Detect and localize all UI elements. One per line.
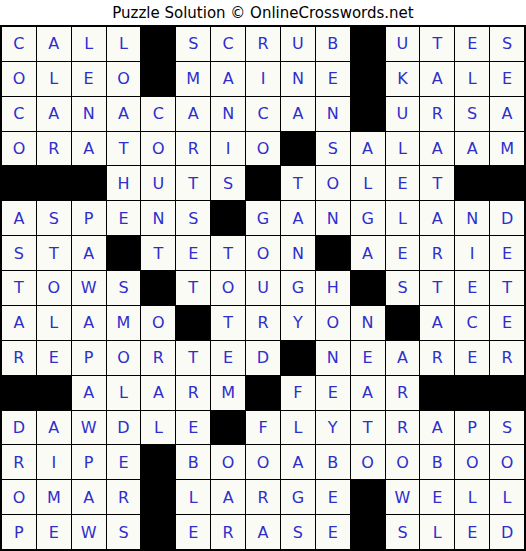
- letter-cell-r1c2: A: [37, 27, 71, 61]
- letter-cell-r9c5: O: [141, 306, 175, 340]
- letter-cell-r12c1: D: [2, 411, 36, 445]
- letter-cell-r9c14: C: [455, 306, 489, 340]
- letter-cell-r5c10: O: [316, 166, 350, 200]
- letter-cell-r10c8: D: [246, 341, 280, 375]
- black-cell-r1c11: [351, 27, 385, 61]
- letter-cell-r2c9: N: [281, 62, 315, 96]
- letter-cell-r13c10: B: [316, 445, 350, 479]
- letter-cell-r10c12: A: [386, 341, 420, 375]
- letter-cell-r11c7: M: [211, 376, 245, 410]
- letter-cell-r1c12: U: [386, 27, 420, 61]
- letter-cell-r6c6: S: [176, 201, 210, 235]
- letter-cell-r1c13: T: [420, 27, 454, 61]
- letter-cell-r15c1: P: [2, 515, 36, 549]
- letter-cell-r15c12: S: [386, 515, 420, 549]
- letter-cell-r15c14: E: [455, 515, 489, 549]
- letter-cell-r14c15: L: [490, 480, 524, 514]
- letter-cell-r3c9: A: [281, 97, 315, 131]
- letter-cell-r15c6: E: [176, 515, 210, 549]
- letter-cell-r6c8: G: [246, 201, 280, 235]
- letter-cell-r15c4: S: [107, 515, 141, 549]
- letter-cell-r12c6: E: [176, 411, 210, 445]
- letter-cell-r1c15: S: [490, 27, 524, 61]
- letter-cell-r11c6: R: [176, 376, 210, 410]
- letter-cell-r5c13: T: [420, 166, 454, 200]
- letter-cell-r10c3: P: [72, 341, 106, 375]
- black-cell-r5c2: [37, 166, 71, 200]
- letter-cell-r8c15: T: [490, 271, 524, 305]
- black-cell-r11c15: [490, 376, 524, 410]
- letter-cell-r1c3: L: [72, 27, 106, 61]
- black-cell-r1c5: [141, 27, 175, 61]
- black-cell-r15c5: [141, 515, 175, 549]
- letter-cell-r3c5: C: [141, 97, 175, 131]
- letter-cell-r10c7: E: [211, 341, 245, 375]
- letter-cell-r2c2: L: [37, 62, 71, 96]
- letter-cell-r13c12: O: [386, 445, 420, 479]
- letter-cell-r14c9: G: [281, 480, 315, 514]
- letter-cell-r1c4: L: [107, 27, 141, 61]
- letter-cell-r8c8: U: [246, 271, 280, 305]
- letter-cell-r12c8: F: [246, 411, 280, 445]
- letter-cell-r2c15: E: [490, 62, 524, 96]
- black-cell-r11c2: [37, 376, 71, 410]
- black-cell-r15c11: [351, 515, 385, 549]
- letter-cell-r6c13: A: [420, 201, 454, 235]
- letter-cell-r6c14: N: [455, 201, 489, 235]
- letter-cell-r3c8: C: [246, 97, 280, 131]
- black-cell-r5c1: [2, 166, 36, 200]
- letter-cell-r15c15: D: [490, 515, 524, 549]
- letter-cell-r4c3: A: [72, 132, 106, 166]
- letter-cell-r6c2: S: [37, 201, 71, 235]
- letter-cell-r10c6: T: [176, 341, 210, 375]
- letter-cell-r3c4: A: [107, 97, 141, 131]
- letter-cell-r7c13: R: [420, 236, 454, 270]
- letter-cell-r7c9: N: [281, 236, 315, 270]
- letter-cell-r4c15: M: [490, 132, 524, 166]
- letter-cell-r6c10: N: [316, 201, 350, 235]
- black-cell-r5c8: [246, 166, 280, 200]
- letter-cell-r2c6: M: [176, 62, 210, 96]
- letter-cell-r3c13: R: [420, 97, 454, 131]
- letter-cell-r7c11: A: [351, 236, 385, 270]
- black-cell-r8c5: [141, 271, 175, 305]
- letter-cell-r8c13: T: [420, 271, 454, 305]
- black-cell-r2c5: [141, 62, 175, 96]
- letter-cell-r7c1: S: [2, 236, 36, 270]
- letter-cell-r14c3: A: [72, 480, 106, 514]
- crossword-grid: CALLSCRUBUTESOLEOMAINEKALECANACANCANURSA…: [0, 25, 526, 551]
- letter-cell-r3c14: S: [455, 97, 489, 131]
- letter-cell-r3c2: A: [37, 97, 71, 131]
- letter-cell-r7c12: E: [386, 236, 420, 270]
- letter-cell-r3c7: N: [211, 97, 245, 131]
- letter-cell-r4c14: A: [455, 132, 489, 166]
- black-cell-r7c10: [316, 236, 350, 270]
- letter-cell-r12c4: D: [107, 411, 141, 445]
- black-cell-r9c12: [386, 306, 420, 340]
- letter-cell-r14c1: O: [2, 480, 36, 514]
- letter-cell-r12c5: L: [141, 411, 175, 445]
- letter-cell-r14c2: M: [37, 480, 71, 514]
- letter-cell-r9c8: R: [246, 306, 280, 340]
- letter-cell-r7c15: E: [490, 236, 524, 270]
- letter-cell-r2c13: A: [420, 62, 454, 96]
- letter-cell-r11c4: L: [107, 376, 141, 410]
- letter-cell-r7c3: A: [72, 236, 106, 270]
- letter-cell-r1c8: R: [246, 27, 280, 61]
- letter-cell-r14c14: L: [455, 480, 489, 514]
- letter-cell-r6c5: N: [141, 201, 175, 235]
- letter-cell-r7c2: T: [37, 236, 71, 270]
- letter-cell-r1c10: B: [316, 27, 350, 61]
- letter-cell-r3c10: N: [316, 97, 350, 131]
- letter-cell-r5c9: T: [281, 166, 315, 200]
- black-cell-r5c14: [455, 166, 489, 200]
- letter-cell-r8c10: H: [316, 271, 350, 305]
- letter-cell-r13c13: B: [420, 445, 454, 479]
- letter-cell-r2c3: E: [72, 62, 106, 96]
- black-cell-r10c9: [281, 341, 315, 375]
- letter-cell-r13c8: O: [246, 445, 280, 479]
- letter-cell-r8c2: O: [37, 271, 71, 305]
- black-cell-r11c13: [420, 376, 454, 410]
- letter-cell-r14c12: W: [386, 480, 420, 514]
- letter-cell-r9c1: A: [2, 306, 36, 340]
- black-cell-r11c8: [246, 376, 280, 410]
- black-cell-r14c11: [351, 480, 385, 514]
- letter-cell-r8c3: W: [72, 271, 106, 305]
- letter-cell-r13c6: B: [176, 445, 210, 479]
- letter-cell-r7c8: O: [246, 236, 280, 270]
- letter-cell-r2c1: O: [2, 62, 36, 96]
- letter-cell-r10c13: R: [420, 341, 454, 375]
- letter-cell-r5c4: H: [107, 166, 141, 200]
- letter-cell-r6c11: G: [351, 201, 385, 235]
- letter-cell-r12c3: W: [72, 411, 106, 445]
- letter-cell-r9c9: Y: [281, 306, 315, 340]
- letter-cell-r2c8: I: [246, 62, 280, 96]
- letter-cell-r4c11: A: [351, 132, 385, 166]
- letter-cell-r12c14: P: [455, 411, 489, 445]
- letter-cell-r4c2: R: [37, 132, 71, 166]
- letter-cell-r10c4: O: [107, 341, 141, 375]
- letter-cell-r13c4: E: [107, 445, 141, 479]
- letter-cell-r4c12: L: [386, 132, 420, 166]
- letter-cell-r6c1: A: [2, 201, 36, 235]
- letter-cell-r6c9: A: [281, 201, 315, 235]
- letter-cell-r8c6: T: [176, 271, 210, 305]
- page-title: Puzzle Solution © OnlineCrosswords.net: [0, 0, 526, 25]
- black-cell-r14c5: [141, 480, 175, 514]
- letter-cell-r5c11: L: [351, 166, 385, 200]
- letter-cell-r8c14: E: [455, 271, 489, 305]
- letter-cell-r15c9: S: [281, 515, 315, 549]
- letter-cell-r5c5: U: [141, 166, 175, 200]
- letter-cell-r10c2: E: [37, 341, 71, 375]
- letter-cell-r14c7: A: [211, 480, 245, 514]
- letter-cell-r13c1: R: [2, 445, 36, 479]
- letter-cell-r4c6: R: [176, 132, 210, 166]
- letter-cell-r3c1: C: [2, 97, 36, 131]
- letter-cell-r15c8: A: [246, 515, 280, 549]
- letter-cell-r6c4: E: [107, 201, 141, 235]
- letter-cell-r13c2: I: [37, 445, 71, 479]
- letter-cell-r12c10: Y: [316, 411, 350, 445]
- letter-cell-r1c6: S: [176, 27, 210, 61]
- letter-cell-r12c9: L: [281, 411, 315, 445]
- letter-cell-r14c10: E: [316, 480, 350, 514]
- letter-cell-r13c11: O: [351, 445, 385, 479]
- letter-cell-r8c12: S: [386, 271, 420, 305]
- letter-cell-r4c4: T: [107, 132, 141, 166]
- letter-cell-r4c5: O: [141, 132, 175, 166]
- puzzle-solution-page: Puzzle Solution © OnlineCrosswords.net C…: [0, 0, 526, 551]
- letter-cell-r3c15: A: [490, 97, 524, 131]
- letter-cell-r2c14: L: [455, 62, 489, 96]
- letter-cell-r10c15: R: [490, 341, 524, 375]
- black-cell-r11c14: [455, 376, 489, 410]
- letter-cell-r14c13: E: [420, 480, 454, 514]
- letter-cell-r1c7: C: [211, 27, 245, 61]
- black-cell-r3c11: [351, 97, 385, 131]
- letter-cell-r3c3: N: [72, 97, 106, 131]
- letter-cell-r14c6: L: [176, 480, 210, 514]
- letter-cell-r11c5: A: [141, 376, 175, 410]
- letter-cell-r7c14: I: [455, 236, 489, 270]
- black-cell-r7c4: [107, 236, 141, 270]
- letter-cell-r5c12: E: [386, 166, 420, 200]
- black-cell-r2c11: [351, 62, 385, 96]
- letter-cell-r13c9: A: [281, 445, 315, 479]
- letter-cell-r11c10: E: [316, 376, 350, 410]
- black-cell-r8c11: [351, 271, 385, 305]
- letter-cell-r11c12: R: [386, 376, 420, 410]
- letter-cell-r9c2: L: [37, 306, 71, 340]
- letter-cell-r1c14: E: [455, 27, 489, 61]
- black-cell-r4c9: [281, 132, 315, 166]
- letter-cell-r6c12: L: [386, 201, 420, 235]
- letter-cell-r9c4: M: [107, 306, 141, 340]
- letter-cell-r12c12: R: [386, 411, 420, 445]
- black-cell-r11c1: [2, 376, 36, 410]
- letter-cell-r8c1: T: [2, 271, 36, 305]
- letter-cell-r11c9: F: [281, 376, 315, 410]
- letter-cell-r9c3: A: [72, 306, 106, 340]
- letter-cell-r4c8: O: [246, 132, 280, 166]
- black-cell-r13c5: [141, 445, 175, 479]
- black-cell-r12c7: [211, 411, 245, 445]
- letter-cell-r1c9: U: [281, 27, 315, 61]
- letter-cell-r9c11: N: [351, 306, 385, 340]
- letter-cell-r14c8: R: [246, 480, 280, 514]
- letter-cell-r4c1: O: [2, 132, 36, 166]
- letter-cell-r2c10: E: [316, 62, 350, 96]
- letter-cell-r7c5: T: [141, 236, 175, 270]
- letter-cell-r13c3: P: [72, 445, 106, 479]
- letter-cell-r2c12: K: [386, 62, 420, 96]
- letter-cell-r4c7: I: [211, 132, 245, 166]
- letter-cell-r12c11: T: [351, 411, 385, 445]
- letter-cell-r15c10: E: [316, 515, 350, 549]
- letter-cell-r14c4: R: [107, 480, 141, 514]
- black-cell-r9c6: [176, 306, 210, 340]
- letter-cell-r7c7: T: [211, 236, 245, 270]
- letter-cell-r9c7: T: [211, 306, 245, 340]
- letter-cell-r6c3: P: [72, 201, 106, 235]
- black-cell-r5c3: [72, 166, 106, 200]
- letter-cell-r9c13: A: [420, 306, 454, 340]
- letter-cell-r8c4: S: [107, 271, 141, 305]
- letter-cell-r12c2: A: [37, 411, 71, 445]
- letter-cell-r10c14: E: [455, 341, 489, 375]
- letter-cell-r4c13: A: [420, 132, 454, 166]
- letter-cell-r10c11: E: [351, 341, 385, 375]
- black-cell-r6c7: [211, 201, 245, 235]
- letter-cell-r2c4: O: [107, 62, 141, 96]
- letter-cell-r11c11: A: [351, 376, 385, 410]
- letter-cell-r5c6: T: [176, 166, 210, 200]
- letter-cell-r10c10: N: [316, 341, 350, 375]
- letter-cell-r5c7: S: [211, 166, 245, 200]
- letter-cell-r2c7: A: [211, 62, 245, 96]
- letter-cell-r12c15: S: [490, 411, 524, 445]
- letter-cell-r15c3: W: [72, 515, 106, 549]
- letter-cell-r13c7: O: [211, 445, 245, 479]
- letter-cell-r4c10: S: [316, 132, 350, 166]
- letter-cell-r3c6: A: [176, 97, 210, 131]
- letter-cell-r9c10: O: [316, 306, 350, 340]
- letter-cell-r8c7: O: [211, 271, 245, 305]
- letter-cell-r15c2: E: [37, 515, 71, 549]
- letter-cell-r3c12: U: [386, 97, 420, 131]
- black-cell-r5c15: [490, 166, 524, 200]
- letter-cell-r9c15: E: [490, 306, 524, 340]
- letter-cell-r6c15: D: [490, 201, 524, 235]
- letter-cell-r10c1: R: [2, 341, 36, 375]
- letter-cell-r11c3: A: [72, 376, 106, 410]
- letter-cell-r7c6: E: [176, 236, 210, 270]
- letter-cell-r1c1: C: [2, 27, 36, 61]
- letter-cell-r15c7: R: [211, 515, 245, 549]
- letter-cell-r10c5: R: [141, 341, 175, 375]
- letter-cell-r13c14: O: [455, 445, 489, 479]
- letter-cell-r12c13: A: [420, 411, 454, 445]
- letter-cell-r13c15: O: [490, 445, 524, 479]
- letter-cell-r8c9: G: [281, 271, 315, 305]
- letter-cell-r15c13: L: [420, 515, 454, 549]
